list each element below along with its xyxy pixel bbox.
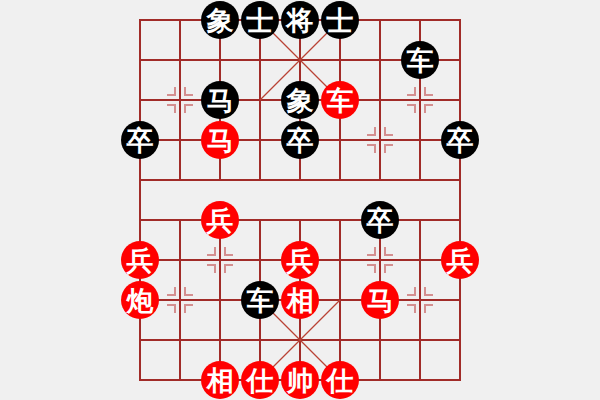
red-soldier-piece[interactable]: 兵 (441, 241, 479, 279)
red-elephant-piece[interactable]: 相 (201, 361, 239, 399)
black-horse-piece[interactable]: 马 (201, 81, 239, 119)
red-chariot-piece[interactable]: 车 (321, 81, 359, 119)
black-elephant-piece[interactable]: 象 (281, 81, 319, 119)
red-general-piece[interactable]: 帅 (281, 361, 319, 399)
black-general-piece[interactable]: 将 (281, 1, 319, 39)
xiangqi-board: 象士将士车马象车卒马卒卒兵卒兵兵兵炮车相马相仕帅仕 (0, 0, 600, 400)
red-horse-piece[interactable]: 马 (361, 281, 399, 319)
black-chariot-piece[interactable]: 车 (401, 41, 439, 79)
red-soldier-piece[interactable]: 兵 (201, 201, 239, 239)
black-soldier-piece[interactable]: 卒 (281, 121, 319, 159)
black-soldier-piece[interactable]: 卒 (441, 121, 479, 159)
black-soldier-piece[interactable]: 卒 (121, 121, 159, 159)
red-soldier-piece[interactable]: 兵 (281, 241, 319, 279)
red-elephant-piece[interactable]: 相 (281, 281, 319, 319)
red-advisor-piece[interactable]: 仕 (241, 361, 279, 399)
black-chariot-piece[interactable]: 车 (241, 281, 279, 319)
red-advisor-piece[interactable]: 仕 (321, 361, 359, 399)
black-advisor-piece[interactable]: 士 (241, 1, 279, 39)
pieces-layer: 象士将士车马象车卒马卒卒兵卒兵兵兵炮车相马相仕帅仕 (0, 0, 600, 400)
black-advisor-piece[interactable]: 士 (321, 1, 359, 39)
red-horse-piece[interactable]: 马 (201, 121, 239, 159)
red-cannon-piece[interactable]: 炮 (121, 281, 159, 319)
red-soldier-piece[interactable]: 兵 (121, 241, 159, 279)
black-elephant-piece[interactable]: 象 (201, 1, 239, 39)
black-soldier-piece[interactable]: 卒 (361, 201, 399, 239)
